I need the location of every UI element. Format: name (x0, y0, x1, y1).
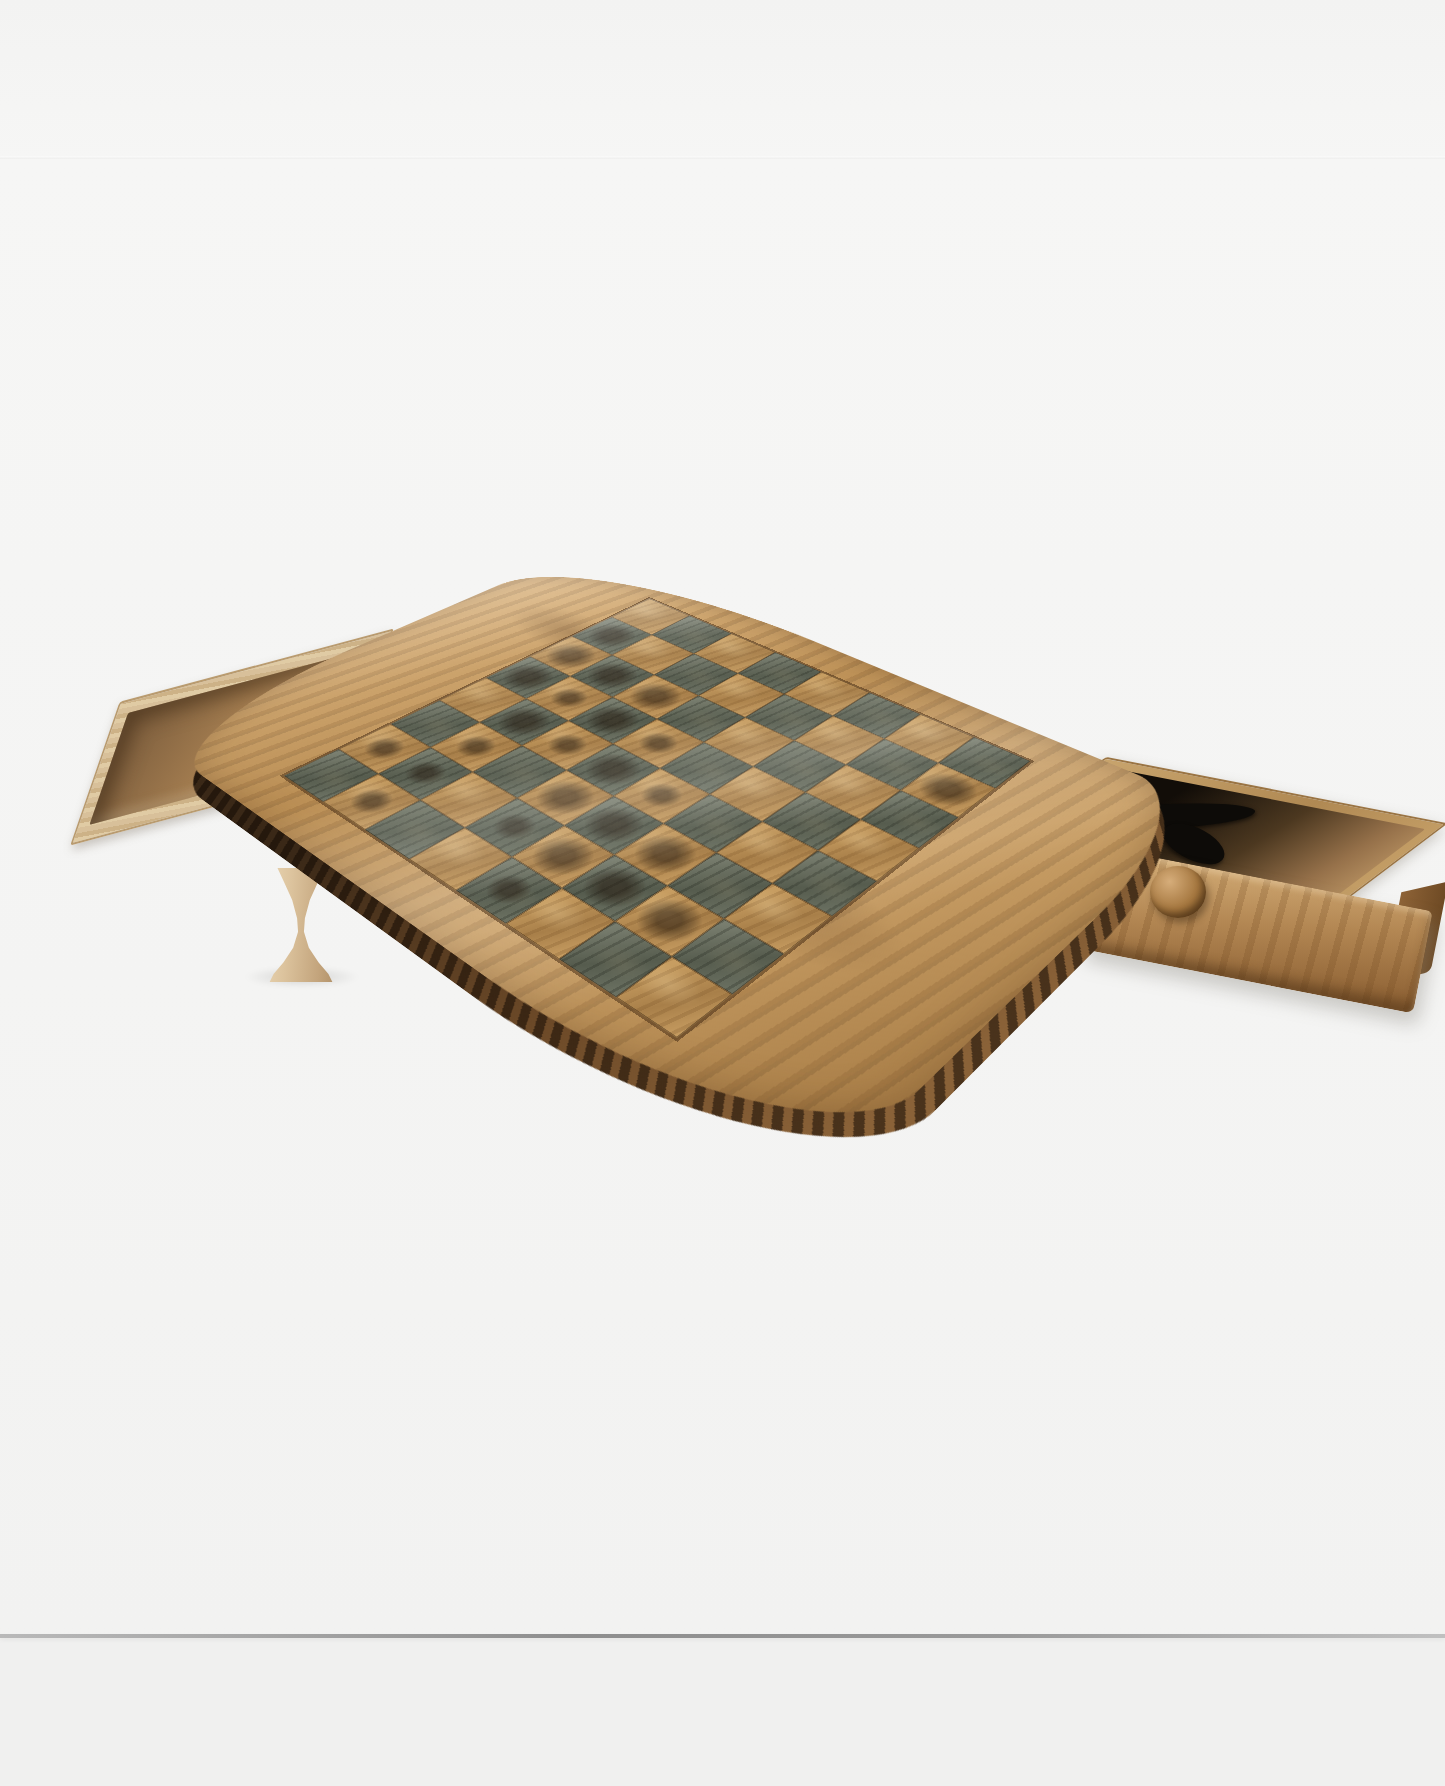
wood-king-glyph: ♚ (880, 642, 1016, 793)
wood-rook-glyph: ♜ (615, 803, 724, 924)
black-pawn-glyph: ♟ (335, 722, 409, 805)
wood-pawn-glyph: ♟ (468, 803, 549, 894)
chess-table-scene: ♜♚♞♝♜♚♟♞♟♛♟♝♟♟♜♝♞♟♟♟♛♝♜♟♟ (0, 0, 1445, 1786)
